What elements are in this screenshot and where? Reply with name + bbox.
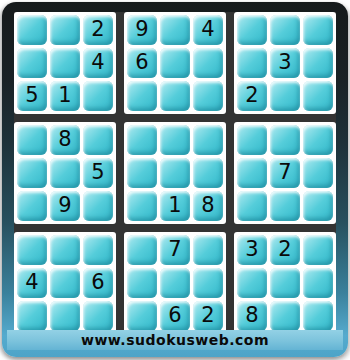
site-url[interactable]: www.sudokusweb.com [81,332,269,348]
cell-r9c5[interactable]: 6 [160,301,190,331]
given-digit: 1 [58,85,71,106]
cell-r6c3[interactable] [83,191,113,221]
cell-r8c2[interactable] [50,268,80,298]
cell-r1c3[interactable]: 2 [83,15,113,45]
cell-r3c7[interactable]: 2 [237,81,267,111]
sudoku-box-4: 859 [14,122,116,224]
cell-r1c9[interactable] [303,15,333,45]
given-digit: 7 [278,162,291,183]
sudoku-box-6: 7 [234,122,336,224]
cell-r5c8[interactable]: 7 [270,158,300,188]
given-digit: 4 [25,272,38,293]
cell-r6c8[interactable] [270,191,300,221]
cell-r2c5[interactable] [160,48,190,78]
cell-r3c5[interactable] [160,81,190,111]
given-digit: 8 [245,305,258,326]
cell-r4c3[interactable] [83,125,113,155]
cell-r9c9[interactable] [303,301,333,331]
given-digit: 1 [168,195,181,216]
cell-r8c7[interactable] [237,268,267,298]
given-digit: 9 [135,19,148,40]
cell-r5c4[interactable] [127,158,157,188]
cell-r5c1[interactable] [17,158,47,188]
cell-r2c6[interactable] [193,48,223,78]
given-digit: 2 [201,305,214,326]
sudoku-board: 24519463285918746762328 www.sudokusweb.c… [2,2,348,357]
cell-r4c2[interactable]: 8 [50,125,80,155]
cell-r8c9[interactable] [303,268,333,298]
given-digit: 4 [91,52,104,73]
cell-r2c9[interactable] [303,48,333,78]
cell-r5c6[interactable] [193,158,223,188]
cell-r7c8[interactable]: 2 [270,235,300,265]
cell-r4c6[interactable] [193,125,223,155]
cell-r4c1[interactable] [17,125,47,155]
given-digit: 6 [168,305,181,326]
cell-r8c5[interactable] [160,268,190,298]
cell-r6c9[interactable] [303,191,333,221]
cell-r8c6[interactable] [193,268,223,298]
cell-r5c9[interactable] [303,158,333,188]
sudoku-box-2: 946 [124,12,226,114]
given-digit: 6 [91,272,104,293]
cell-r3c1[interactable]: 5 [17,81,47,111]
sudoku-box-7: 46 [14,232,116,334]
given-digit: 8 [201,195,214,216]
cell-r9c2[interactable] [50,301,80,331]
cell-r2c3[interactable]: 4 [83,48,113,78]
cell-r7c6[interactable] [193,235,223,265]
cell-r4c5[interactable] [160,125,190,155]
cell-r1c7[interactable] [237,15,267,45]
cell-r1c2[interactable] [50,15,80,45]
cell-r8c1[interactable]: 4 [17,268,47,298]
cell-r2c2[interactable] [50,48,80,78]
sudoku-box-5: 18 [124,122,226,224]
sudoku-box-8: 762 [124,232,226,334]
cell-r3c8[interactable] [270,81,300,111]
footer-band: www.sudokusweb.com [7,330,343,350]
given-digit: 5 [25,85,38,106]
cell-r7c4[interactable] [127,235,157,265]
cell-r9c6[interactable]: 2 [193,301,223,331]
cell-r6c7[interactable] [237,191,267,221]
cell-r2c7[interactable] [237,48,267,78]
cell-r3c9[interactable] [303,81,333,111]
cell-r1c4[interactable]: 9 [127,15,157,45]
cell-r6c5[interactable]: 1 [160,191,190,221]
cell-r9c8[interactable] [270,301,300,331]
cell-r4c9[interactable] [303,125,333,155]
cell-r2c4[interactable]: 6 [127,48,157,78]
given-digit: 8 [58,129,71,150]
sudoku-box-9: 328 [234,232,336,334]
cell-r5c5[interactable] [160,158,190,188]
sudoku-box-1: 2451 [14,12,116,114]
given-digit: 6 [135,52,148,73]
sudoku-grid: 24519463285918746762328 [14,12,336,334]
cell-r8c4[interactable] [127,268,157,298]
cell-r6c4[interactable] [127,191,157,221]
given-digit: 2 [245,85,258,106]
cell-r7c5[interactable]: 7 [160,235,190,265]
cell-r8c3[interactable]: 6 [83,268,113,298]
given-digit: 3 [278,52,291,73]
cell-r9c3[interactable] [83,301,113,331]
cell-r9c7[interactable]: 8 [237,301,267,331]
cell-r2c8[interactable]: 3 [270,48,300,78]
cell-r7c2[interactable] [50,235,80,265]
cell-r6c2[interactable]: 9 [50,191,80,221]
cell-r4c4[interactable] [127,125,157,155]
given-digit: 7 [168,239,181,260]
cell-r3c6[interactable] [193,81,223,111]
cell-r1c5[interactable] [160,15,190,45]
given-digit: 2 [278,239,291,260]
cell-r6c1[interactable] [17,191,47,221]
cell-r7c9[interactable] [303,235,333,265]
cell-r2c1[interactable] [17,48,47,78]
given-digit: 2 [91,19,104,40]
given-digit: 3 [245,239,258,260]
cell-r4c7[interactable] [237,125,267,155]
cell-r9c1[interactable] [17,301,47,331]
cell-r1c6[interactable]: 4 [193,15,223,45]
cell-r1c1[interactable] [17,15,47,45]
cell-r5c3[interactable]: 5 [83,158,113,188]
given-digit: 9 [58,195,71,216]
given-digit: 5 [91,162,104,183]
cell-r3c4[interactable] [127,81,157,111]
given-digit: 4 [201,19,214,40]
cell-r9c4[interactable] [127,301,157,331]
cell-r5c7[interactable] [237,158,267,188]
cell-r3c3[interactable] [83,81,113,111]
cell-r8c8[interactable] [270,268,300,298]
cell-r7c1[interactable] [17,235,47,265]
cell-r3c2[interactable]: 1 [50,81,80,111]
cell-r7c3[interactable] [83,235,113,265]
sudoku-box-3: 32 [234,12,336,114]
cell-r7c7[interactable]: 3 [237,235,267,265]
cell-r6c6[interactable]: 8 [193,191,223,221]
cell-r4c8[interactable] [270,125,300,155]
cell-r1c8[interactable] [270,15,300,45]
cell-r5c2[interactable] [50,158,80,188]
